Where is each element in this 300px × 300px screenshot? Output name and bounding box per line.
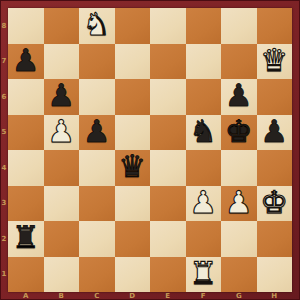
square-h7[interactable]: ♛ <box>257 44 293 80</box>
file-label-e: E <box>150 292 186 300</box>
rank-labels: 87654321 <box>0 8 8 292</box>
square-h6[interactable] <box>257 79 293 115</box>
square-e8[interactable] <box>150 8 186 44</box>
black-pawn-g6[interactable]: ♟ <box>225 80 253 111</box>
square-b1[interactable] <box>44 257 80 293</box>
square-d3[interactable] <box>115 186 151 222</box>
chess-board: ♞♟♛♟♟♟♟♞♚♟♛♟♟♚♜♜ <box>8 8 292 292</box>
file-label-h: H <box>257 292 293 300</box>
square-b7[interactable] <box>44 44 80 80</box>
square-c8[interactable]: ♞ <box>79 8 115 44</box>
rank-label-2: 2 <box>0 221 8 257</box>
rank-label-5: 5 <box>0 115 8 151</box>
square-c1[interactable] <box>79 257 115 293</box>
file-label-c: C <box>79 292 115 300</box>
square-e5[interactable] <box>150 115 186 151</box>
square-g4[interactable] <box>221 150 257 186</box>
square-a7[interactable]: ♟ <box>8 44 44 80</box>
square-h1[interactable] <box>257 257 293 293</box>
white-pawn-f3[interactable]: ♟ <box>189 187 217 218</box>
square-f6[interactable] <box>186 79 222 115</box>
black-pawn-a7[interactable]: ♟ <box>12 45 40 76</box>
square-e6[interactable] <box>150 79 186 115</box>
black-queen-d4[interactable]: ♛ <box>118 151 146 182</box>
white-king-h3[interactable]: ♚ <box>260 187 288 218</box>
square-f3[interactable]: ♟ <box>186 186 222 222</box>
square-e2[interactable] <box>150 221 186 257</box>
square-f5[interactable]: ♞ <box>186 115 222 151</box>
square-b4[interactable] <box>44 150 80 186</box>
black-king-g5[interactable]: ♚ <box>225 116 253 147</box>
square-b5[interactable]: ♟ <box>44 115 80 151</box>
black-pawn-c5[interactable]: ♟ <box>83 116 111 147</box>
square-c3[interactable] <box>79 186 115 222</box>
square-h8[interactable] <box>257 8 293 44</box>
square-h5[interactable]: ♟ <box>257 115 293 151</box>
black-knight-f5[interactable]: ♞ <box>189 116 217 147</box>
square-a2[interactable]: ♜ <box>8 221 44 257</box>
rank-label-1: 1 <box>0 257 8 293</box>
square-e1[interactable] <box>150 257 186 293</box>
square-g1[interactable] <box>221 257 257 293</box>
file-label-f: F <box>186 292 222 300</box>
square-b6[interactable]: ♟ <box>44 79 80 115</box>
square-d2[interactable] <box>115 221 151 257</box>
file-label-b: B <box>44 292 80 300</box>
square-g5[interactable]: ♚ <box>221 115 257 151</box>
square-d8[interactable] <box>115 8 151 44</box>
rank-label-4: 4 <box>0 150 8 186</box>
square-g2[interactable] <box>221 221 257 257</box>
file-labels: ABCDEFGH <box>8 292 292 300</box>
square-d6[interactable] <box>115 79 151 115</box>
black-pawn-h5[interactable]: ♟ <box>260 116 288 147</box>
square-f8[interactable] <box>186 8 222 44</box>
rank-label-8: 8 <box>0 8 8 44</box>
square-a8[interactable] <box>8 8 44 44</box>
square-a1[interactable] <box>8 257 44 293</box>
square-d5[interactable] <box>115 115 151 151</box>
square-g3[interactable]: ♟ <box>221 186 257 222</box>
rank-label-6: 6 <box>0 79 8 115</box>
file-label-g: G <box>221 292 257 300</box>
square-c2[interactable] <box>79 221 115 257</box>
square-a4[interactable] <box>8 150 44 186</box>
square-f4[interactable] <box>186 150 222 186</box>
square-c7[interactable] <box>79 44 115 80</box>
square-g6[interactable]: ♟ <box>221 79 257 115</box>
white-pawn-g3[interactable]: ♟ <box>225 187 253 218</box>
white-knight-c8[interactable]: ♞ <box>83 9 111 40</box>
square-h2[interactable] <box>257 221 293 257</box>
square-d1[interactable] <box>115 257 151 293</box>
rank-label-3: 3 <box>0 186 8 222</box>
black-rook-a2[interactable]: ♜ <box>12 222 40 253</box>
white-rook-f1[interactable]: ♜ <box>189 258 217 289</box>
square-a3[interactable] <box>8 186 44 222</box>
white-queen-h7[interactable]: ♛ <box>260 45 288 76</box>
file-label-a: A <box>8 292 44 300</box>
square-e4[interactable] <box>150 150 186 186</box>
square-f2[interactable] <box>186 221 222 257</box>
rank-label-7: 7 <box>0 44 8 80</box>
square-e7[interactable] <box>150 44 186 80</box>
black-pawn-b6[interactable]: ♟ <box>47 80 75 111</box>
square-e3[interactable] <box>150 186 186 222</box>
board-frame: 87654321 ABCDEFGH ♞♟♛♟♟♟♟♞♚♟♛♟♟♚♜♜ <box>0 0 300 300</box>
square-g8[interactable] <box>221 8 257 44</box>
square-a5[interactable] <box>8 115 44 151</box>
square-c6[interactable] <box>79 79 115 115</box>
file-label-d: D <box>115 292 151 300</box>
square-b2[interactable] <box>44 221 80 257</box>
square-b3[interactable] <box>44 186 80 222</box>
square-b8[interactable] <box>44 8 80 44</box>
square-f7[interactable] <box>186 44 222 80</box>
square-a6[interactable] <box>8 79 44 115</box>
white-pawn-b5[interactable]: ♟ <box>47 116 75 147</box>
square-d4[interactable]: ♛ <box>115 150 151 186</box>
square-g7[interactable] <box>221 44 257 80</box>
square-c5[interactable]: ♟ <box>79 115 115 151</box>
square-h4[interactable] <box>257 150 293 186</box>
square-f1[interactable]: ♜ <box>186 257 222 293</box>
square-c4[interactable] <box>79 150 115 186</box>
square-d7[interactable] <box>115 44 151 80</box>
square-h3[interactable]: ♚ <box>257 186 293 222</box>
